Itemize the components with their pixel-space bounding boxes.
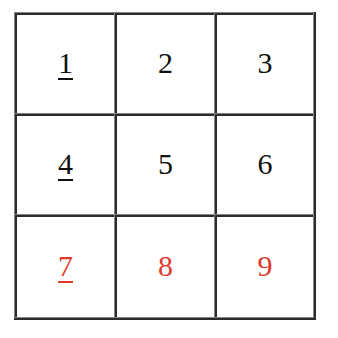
grid-cell-7[interactable]: 7 — [14, 214, 114, 318]
cell-number-9: 9 — [258, 251, 273, 283]
grid-cell-4[interactable]: 4 — [14, 113, 114, 214]
grid-cell-3-inner: 3 — [215, 13, 313, 113]
cell-number-7: 7 — [58, 251, 73, 283]
grid-cell-9[interactable]: 9 — [214, 214, 314, 318]
grid-cell-5-inner: 5 — [115, 114, 214, 214]
grid-cell-3[interactable]: 3 — [214, 12, 314, 113]
grid-cell-2[interactable]: 2 — [114, 12, 214, 113]
number-grid-board: 1 2 3 4 5 6 7 8 9 — [14, 12, 316, 320]
cell-number-4: 4 — [58, 149, 73, 181]
grid-cell-5[interactable]: 5 — [114, 113, 214, 214]
cell-number-2: 2 — [158, 48, 173, 80]
grid-cell-6-inner: 6 — [215, 114, 313, 214]
grid-cell-1[interactable]: 1 — [14, 12, 114, 113]
grid-cell-8[interactable]: 8 — [114, 214, 214, 318]
grid-cell-4-inner: 4 — [15, 114, 114, 214]
grid-cell-9-inner: 9 — [215, 215, 313, 317]
cell-number-3: 3 — [258, 48, 273, 80]
grid-cell-1-inner: 1 — [15, 13, 114, 113]
cell-number-8: 8 — [158, 251, 173, 283]
grid-cell-2-inner: 2 — [115, 13, 214, 113]
grid-cell-8-inner: 8 — [115, 215, 214, 317]
cell-number-6: 6 — [258, 149, 273, 181]
cell-number-5: 5 — [158, 149, 173, 181]
grid-cell-7-inner: 7 — [15, 215, 114, 317]
cell-number-1: 1 — [58, 48, 73, 80]
grid-cell-6[interactable]: 6 — [214, 113, 314, 214]
